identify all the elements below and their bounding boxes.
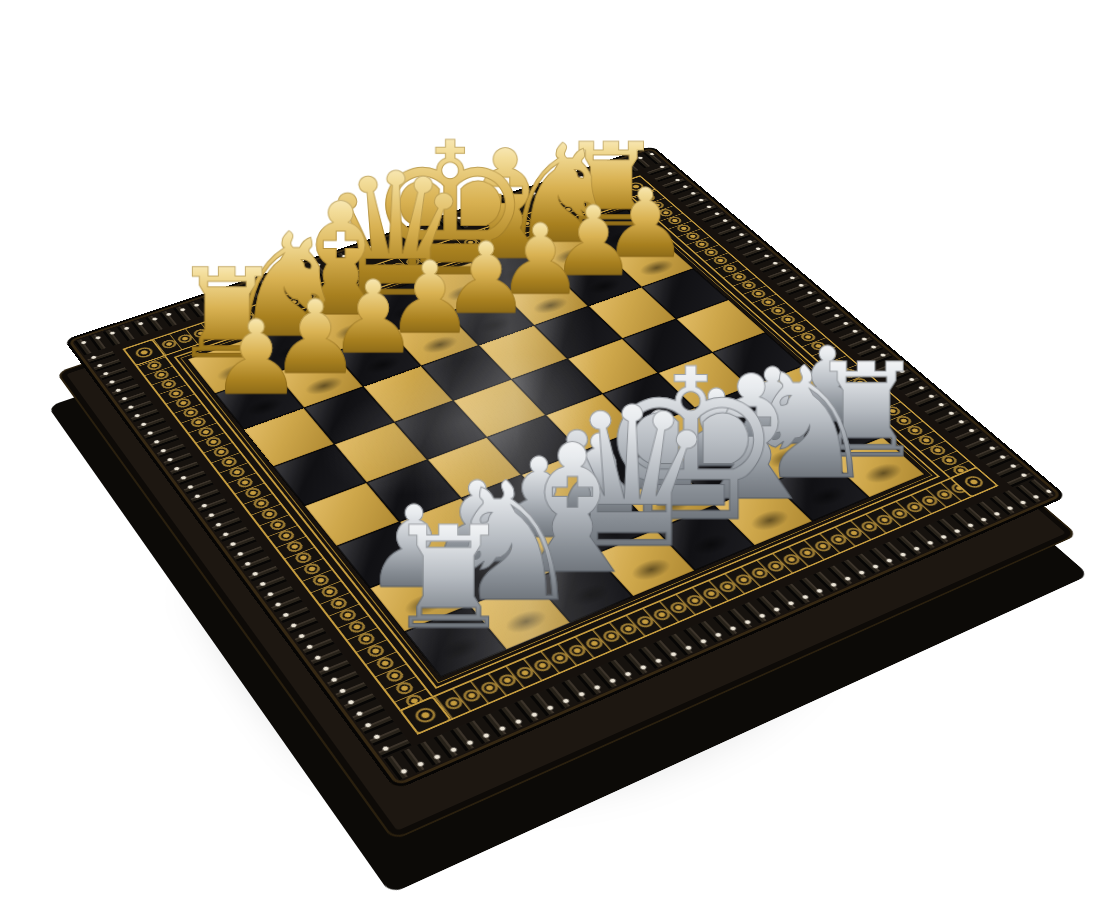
- scene-3d: ♜♞♝♛♚♝♞♜♟♟♟♟♟♟♟♟♟♟♟♟♟♟♟♟♜♞♝♛♚♝♞♜: [0, 0, 1100, 913]
- chessboard-case: ♜♞♝♛♚♝♞♜♟♟♟♟♟♟♟♟♟♟♟♟♟♟♟♟♜♞♝♛♚♝♞♜: [64, 146, 1067, 790]
- gold-pawn-a7[interactable]: ♟: [210, 307, 302, 410]
- leather-case-top: ♜♞♝♛♚♝♞♜♟♟♟♟♟♟♟♟♟♟♟♟♟♟♟♟♜♞♝♛♚♝♞♜: [64, 146, 1067, 790]
- product-photo-stage: ♜♞♝♛♚♝♞♜♟♟♟♟♟♟♟♟♟♟♟♟♟♟♟♟♜♞♝♛♚♝♞♜: [0, 0, 1100, 913]
